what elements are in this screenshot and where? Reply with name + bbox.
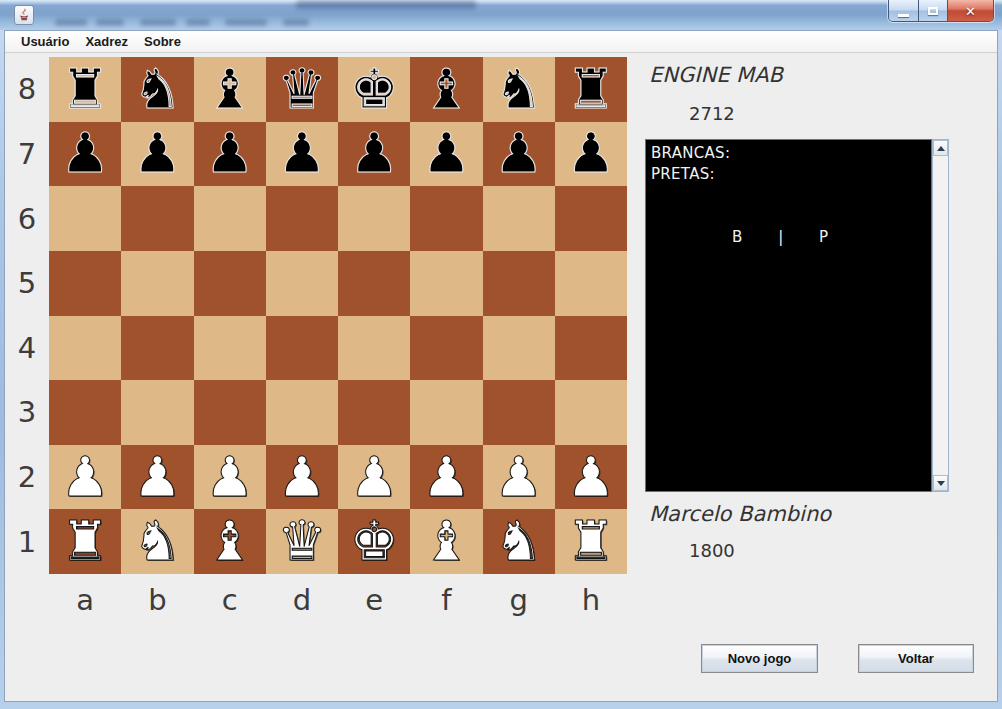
square-g6[interactable] [483, 186, 555, 251]
move-log-scrollbar[interactable] [932, 139, 949, 492]
square-h6[interactable] [555, 186, 627, 251]
square-h3[interactable] [555, 380, 627, 445]
black-rook-piece: ♜ [60, 62, 109, 117]
square-c3[interactable] [194, 380, 266, 445]
file-labels: abcdefgh [49, 578, 627, 622]
scroll-up-button[interactable] [933, 140, 948, 156]
black-pawn-piece: ♟ [133, 126, 182, 181]
white-rook-piece: ♜ [60, 514, 109, 569]
player-rating-label: 1800 [689, 540, 735, 561]
square-d6[interactable] [266, 186, 338, 251]
black-pawn-piece: ♟ [566, 126, 615, 181]
square-c1[interactable]: ♝ [194, 509, 266, 574]
square-b8[interactable]: ♞ [121, 57, 193, 122]
square-e1[interactable]: ♚ [338, 509, 410, 574]
square-g5[interactable] [483, 251, 555, 316]
white-pawn-piece: ♟ [205, 450, 254, 505]
square-d3[interactable] [266, 380, 338, 445]
black-bishop-piece: ♝ [205, 62, 254, 117]
square-e4[interactable] [338, 316, 410, 381]
square-g8[interactable]: ♞ [483, 57, 555, 122]
chess-board: ♜♞♝♛♚♝♞♜♟♟♟♟♟♟♟♟♟♟♟♟♟♟♟♟♜♞♝♛♚♝♞♜ [49, 57, 627, 574]
white-knight-piece: ♞ [133, 514, 182, 569]
black-pawn-piece: ♟ [205, 126, 254, 181]
black-pawn-piece: ♟ [494, 126, 543, 181]
square-e7[interactable]: ♟ [338, 122, 410, 187]
window-body: Usuário Xadrez Sobre 87654321 ♜♞♝♛♚♝♞♜♟♟… [4, 30, 998, 702]
close-icon: ✕ [965, 4, 976, 19]
square-b5[interactable] [121, 251, 193, 316]
black-pawn-piece: ♟ [422, 126, 471, 181]
square-e2[interactable]: ♟ [338, 445, 410, 510]
square-a7[interactable]: ♟ [49, 122, 121, 187]
square-e3[interactable] [338, 380, 410, 445]
square-f5[interactable] [410, 251, 482, 316]
black-rook-piece: ♜ [566, 62, 615, 117]
square-d5[interactable] [266, 251, 338, 316]
app-window: ✕ Usuário Xadrez Sobre 87654321 ♜♞♝♛♚♝♞♜… [0, 0, 1002, 709]
square-b3[interactable] [121, 380, 193, 445]
file-label-b: b [121, 578, 193, 622]
square-h1[interactable]: ♜ [555, 509, 627, 574]
square-h7[interactable]: ♟ [555, 122, 627, 187]
black-bishop-piece: ♝ [422, 62, 471, 117]
white-king-piece: ♚ [349, 514, 398, 569]
square-g4[interactable] [483, 316, 555, 381]
file-label-a: a [49, 578, 121, 622]
square-a3[interactable] [49, 380, 121, 445]
rank-label-1: 1 [5, 509, 49, 574]
rank-label-2: 2 [5, 445, 49, 510]
square-g1[interactable]: ♞ [483, 509, 555, 574]
titlebar-glass-artifact [140, 19, 176, 26]
scroll-down-button[interactable] [933, 475, 948, 491]
engine-rating-label: 2712 [689, 103, 735, 124]
titlebar-glass-artifact [96, 19, 124, 26]
file-label-f: f [410, 578, 482, 622]
square-c5[interactable] [194, 251, 266, 316]
white-rook-piece: ♜ [566, 514, 615, 569]
menu-usuario[interactable]: Usuário [13, 32, 77, 51]
file-label-e: e [338, 578, 410, 622]
square-h4[interactable] [555, 316, 627, 381]
titlebar-glass-artifact [296, 0, 476, 9]
square-d4[interactable] [266, 316, 338, 381]
engine-name-label: ENGINE MAB [649, 63, 783, 87]
square-g3[interactable] [483, 380, 555, 445]
square-b7[interactable]: ♟ [121, 122, 193, 187]
square-f2[interactable]: ♟ [410, 445, 482, 510]
file-label-g: g [483, 578, 555, 622]
back-button[interactable]: Voltar [858, 644, 974, 673]
square-c8[interactable]: ♝ [194, 57, 266, 122]
move-log-textarea[interactable]: BRANCAS: PRETAS: B | P [645, 139, 932, 492]
player-name-label: Marcelo Bambino [649, 502, 831, 526]
file-label-d: d [266, 578, 338, 622]
menu-sobre[interactable]: Sobre [136, 32, 189, 51]
new-game-button[interactable]: Novo jogo [701, 644, 818, 673]
minimize-icon [898, 14, 909, 17]
square-e8[interactable]: ♚ [338, 57, 410, 122]
square-f7[interactable]: ♟ [410, 122, 482, 187]
square-a2[interactable]: ♟ [49, 445, 121, 510]
title-bar[interactable]: ✕ [0, 0, 1002, 30]
rank-label-6: 6 [5, 186, 49, 251]
titlebar-glass-artifact [283, 19, 309, 26]
square-c4[interactable] [194, 316, 266, 381]
black-pawn-piece: ♟ [60, 126, 109, 181]
white-knight-piece: ♞ [494, 514, 543, 569]
maximize-icon [928, 7, 938, 15]
black-knight-piece: ♞ [494, 62, 543, 117]
menu-bar: Usuário Xadrez Sobre [5, 31, 997, 53]
square-b2[interactable]: ♟ [121, 445, 193, 510]
white-pawn-piece: ♟ [133, 450, 182, 505]
rank-label-5: 5 [5, 251, 49, 316]
close-button[interactable]: ✕ [948, 0, 993, 22]
square-c2[interactable]: ♟ [194, 445, 266, 510]
rank-label-7: 7 [5, 122, 49, 187]
square-h8[interactable]: ♜ [555, 57, 627, 122]
square-a8[interactable]: ♜ [49, 57, 121, 122]
window-controls: ✕ [888, 0, 994, 22]
square-d8[interactable]: ♛ [266, 57, 338, 122]
square-f3[interactable] [410, 380, 482, 445]
square-f4[interactable] [410, 316, 482, 381]
arrow-down-icon [937, 481, 945, 486]
black-pawn-piece: ♟ [349, 126, 398, 181]
rank-label-4: 4 [5, 316, 49, 381]
rank-labels: 87654321 [5, 57, 49, 574]
file-label-h: h [555, 578, 627, 622]
square-d7[interactable]: ♟ [266, 122, 338, 187]
square-d2[interactable]: ♟ [266, 445, 338, 510]
rank-label-3: 3 [5, 380, 49, 445]
square-g7[interactable]: ♟ [483, 122, 555, 187]
black-knight-piece: ♞ [133, 62, 182, 117]
square-f1[interactable]: ♝ [410, 509, 482, 574]
file-label-c: c [194, 578, 266, 622]
white-pawn-piece: ♟ [277, 450, 326, 505]
white-pawn-piece: ♟ [60, 450, 109, 505]
java-coffee-cup-icon [17, 8, 31, 22]
arrow-up-icon [937, 146, 945, 151]
white-pawn-piece: ♟ [494, 450, 543, 505]
square-f8[interactable]: ♝ [410, 57, 482, 122]
java-app-icon[interactable] [14, 5, 34, 25]
white-queen-piece: ♛ [277, 514, 326, 569]
rank-label-8: 8 [5, 57, 49, 122]
titlebar-glass-artifact [186, 19, 210, 26]
white-bishop-piece: ♝ [422, 514, 471, 569]
square-b1[interactable]: ♞ [121, 509, 193, 574]
minimize-button[interactable] [889, 0, 919, 22]
square-e5[interactable] [338, 251, 410, 316]
square-g2[interactable]: ♟ [483, 445, 555, 510]
square-b6[interactable] [121, 186, 193, 251]
square-a5[interactable] [49, 251, 121, 316]
square-h5[interactable] [555, 251, 627, 316]
maximize-button[interactable] [919, 0, 948, 22]
square-h2[interactable]: ♟ [555, 445, 627, 510]
black-king-piece: ♚ [349, 62, 398, 117]
menu-xadrez[interactable]: Xadrez [77, 32, 136, 51]
square-c7[interactable]: ♟ [194, 122, 266, 187]
black-queen-piece: ♛ [277, 62, 326, 117]
black-pawn-piece: ♟ [277, 126, 326, 181]
square-c6[interactable] [194, 186, 266, 251]
white-pawn-piece: ♟ [422, 450, 471, 505]
square-d1[interactable]: ♛ [266, 509, 338, 574]
square-f6[interactable] [410, 186, 482, 251]
square-a1[interactable]: ♜ [49, 509, 121, 574]
square-a4[interactable] [49, 316, 121, 381]
white-pawn-piece: ♟ [349, 450, 398, 505]
titlebar-glass-artifact [55, 19, 87, 26]
main-content: 87654321 ♜♞♝♛♚♝♞♜♟♟♟♟♟♟♟♟♟♟♟♟♟♟♟♟♜♞♝♛♚♝♞… [5, 53, 997, 701]
white-bishop-piece: ♝ [205, 514, 254, 569]
square-e6[interactable] [338, 186, 410, 251]
square-a6[interactable] [49, 186, 121, 251]
titlebar-glass-artifact [225, 19, 267, 26]
square-b4[interactable] [121, 316, 193, 381]
white-pawn-piece: ♟ [566, 450, 615, 505]
